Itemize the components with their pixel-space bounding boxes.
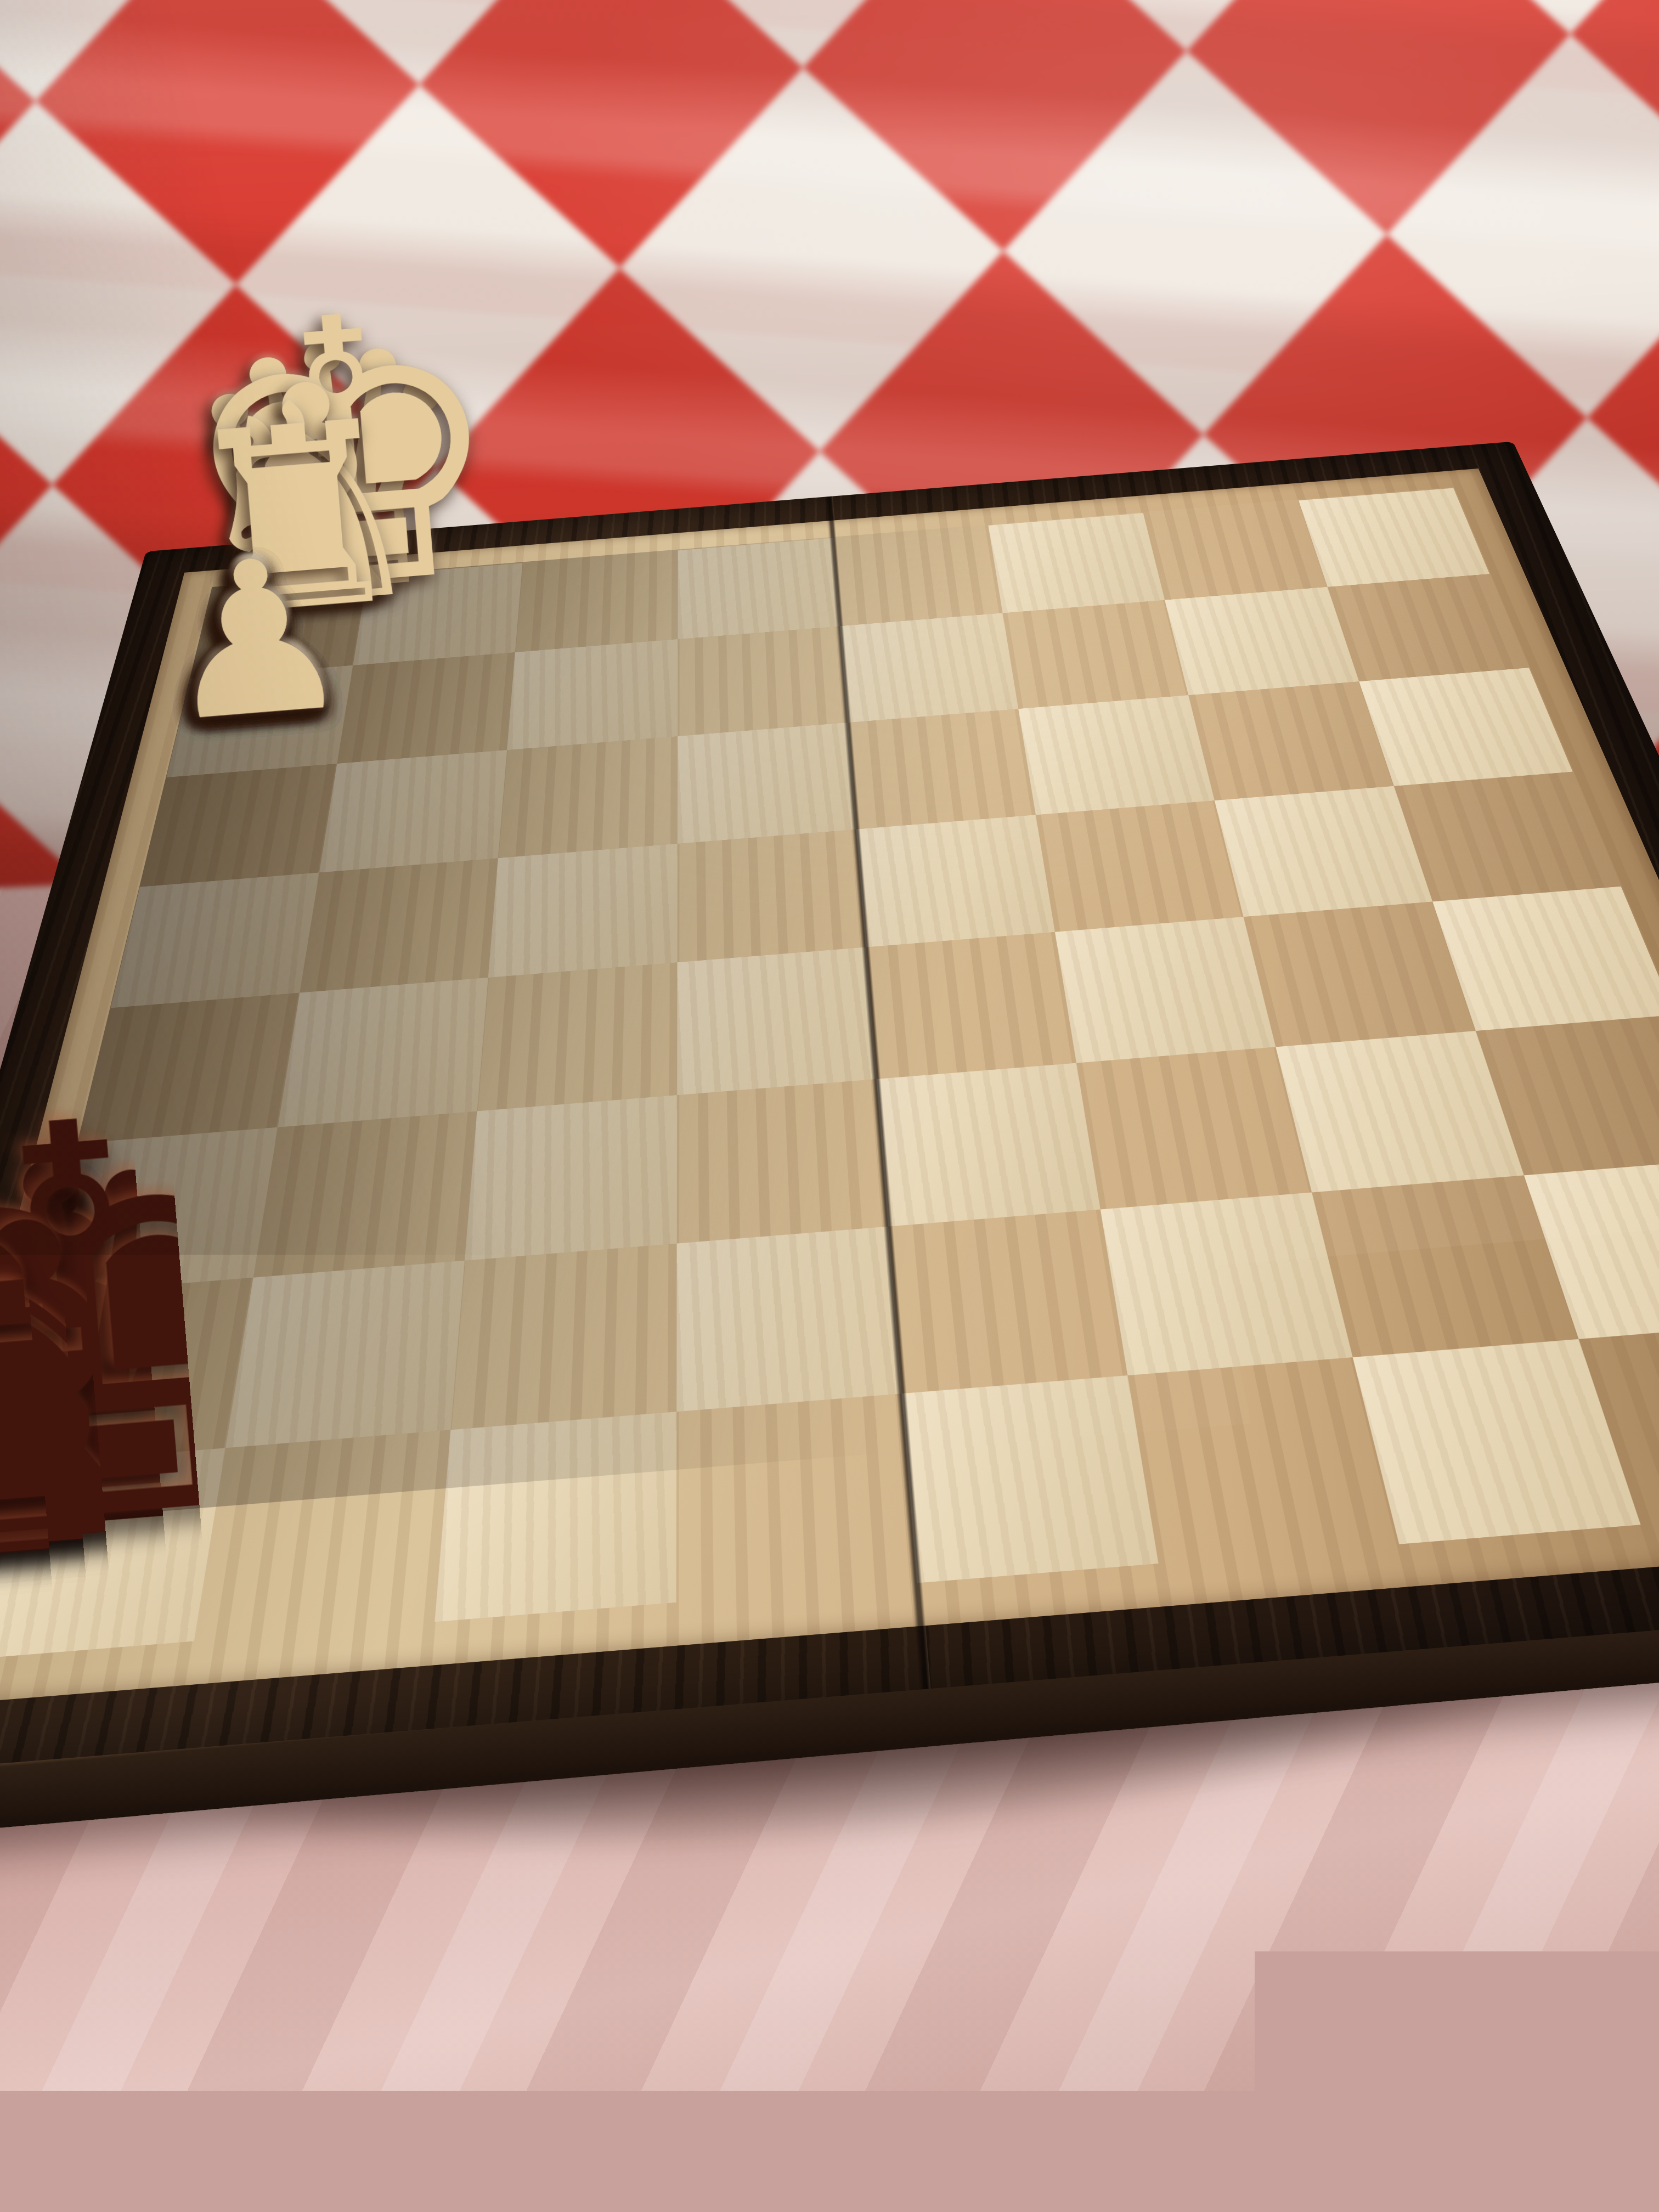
photo-scene: ♜♞♝♛♚♝♞♜♟♟♟♟♟♟♟♟♟♟♟♟♟♟♟♟♜♞♝♛♚♝♞♜ bbox=[0, 0, 1659, 2212]
piece-black-rook-a8: ♜ bbox=[0, 1242, 99, 1630]
piece-glyph: ♜ bbox=[0, 1242, 98, 1611]
piece-glyph: ♟ bbox=[154, 534, 338, 747]
piece-white-pawn-a2: ♟ bbox=[154, 534, 340, 758]
chess-board: ♜♞♝♛♚♝♞♜♟♟♟♟♟♟♟♟♟♟♟♟♟♟♟♟♜♞♝♛♚♝♞♜ bbox=[0, 442, 1659, 1780]
